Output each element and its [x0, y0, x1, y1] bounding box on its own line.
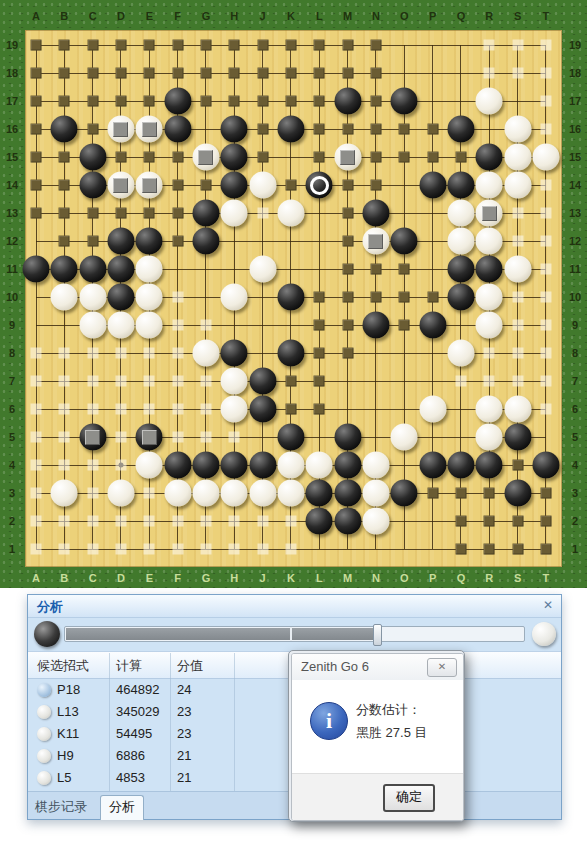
black-territory-mark [200, 180, 211, 191]
black-territory-mark [370, 124, 381, 135]
candidate-stone-icon [37, 683, 51, 697]
dead-stone-mark [482, 206, 497, 221]
black-territory-mark [342, 124, 353, 135]
black-territory-mark [257, 96, 268, 107]
black-territory-mark [285, 40, 296, 51]
black-territory-mark [31, 152, 42, 163]
black-territory-mark [399, 292, 410, 303]
white-territory-mark [144, 348, 155, 359]
black-stone [221, 172, 248, 199]
black-territory-mark [59, 152, 70, 163]
score-value: 黑胜 27.5 目 [356, 725, 428, 740]
candidate-score: 23 [177, 726, 191, 741]
coord-label-top: H [230, 10, 238, 22]
white-stone [136, 116, 163, 143]
white-territory-mark [285, 544, 296, 555]
analysis-titlebar: 分析 ✕ [28, 595, 561, 618]
black-stone [419, 312, 446, 339]
black-territory-mark [314, 292, 325, 303]
coord-label-left: 17 [6, 95, 18, 107]
black-territory-mark [314, 320, 325, 331]
white-stone [221, 480, 248, 507]
black-territory-mark [144, 68, 155, 79]
black-stone [192, 452, 219, 479]
white-territory-mark [172, 376, 183, 387]
candidate-calc: 345029 [116, 704, 159, 719]
black-territory-mark [285, 68, 296, 79]
coord-label-left: 13 [6, 207, 18, 219]
coord-label-left: 9 [9, 319, 15, 331]
black-territory-mark [399, 124, 410, 135]
white-stone [362, 480, 389, 507]
white-territory-mark [87, 404, 98, 415]
candidate-calc: 4853 [116, 770, 145, 785]
white-stone [249, 480, 276, 507]
black-stone [334, 480, 361, 507]
white-territory-mark [144, 544, 155, 555]
black-territory-mark [370, 180, 381, 191]
white-territory-mark [540, 208, 551, 219]
coord-label-top: T [543, 10, 550, 22]
black-territory-mark [314, 404, 325, 415]
white-territory-mark [200, 320, 211, 331]
black-territory-mark [427, 152, 438, 163]
coord-label-bottom: N [372, 572, 380, 584]
black-stone [334, 88, 361, 115]
black-territory-mark [484, 544, 495, 555]
white-territory-mark [115, 376, 126, 387]
analysis-slider[interactable] [64, 626, 525, 642]
coord-label-top: S [514, 10, 521, 22]
black-stone [391, 480, 418, 507]
black-stone [391, 228, 418, 255]
tab-move-record[interactable]: 棋步记录 [35, 798, 87, 816]
coord-label-top: Q [457, 10, 466, 22]
slider-tick [290, 627, 292, 641]
black-territory-mark [314, 376, 325, 387]
white-stone [504, 172, 531, 199]
black-territory-mark [455, 152, 466, 163]
candidate-stone-icon [37, 705, 51, 719]
black-stone [249, 452, 276, 479]
coord-label-right: 14 [569, 179, 581, 191]
white-territory-mark [87, 348, 98, 359]
coord-label-top: F [174, 10, 181, 22]
white-stone [136, 256, 163, 283]
black-stone [79, 144, 106, 171]
black-stone [476, 256, 503, 283]
info-icon: i [310, 702, 348, 740]
white-stone [164, 480, 191, 507]
dead-stone-mark [340, 150, 355, 165]
black-stone [362, 312, 389, 339]
white-territory-mark [172, 320, 183, 331]
white-territory-mark [229, 544, 240, 555]
coord-label-top: D [117, 10, 125, 22]
candidate-move: L5 [57, 770, 71, 785]
go-board[interactable] [25, 30, 562, 567]
coord-label-left: 11 [6, 263, 18, 275]
white-stone [447, 340, 474, 367]
dead-stone-mark [142, 430, 157, 445]
coord-label-bottom: E [146, 572, 153, 584]
white-territory-mark [87, 488, 98, 499]
black-stone [447, 116, 474, 143]
candidate-score: 21 [177, 770, 191, 785]
black-territory-mark [314, 152, 325, 163]
coord-label-top: K [287, 10, 295, 22]
white-territory-mark [512, 68, 523, 79]
black-stone [306, 480, 333, 507]
coord-label-right: 10 [569, 291, 581, 303]
white-stone [362, 508, 389, 535]
black-territory-mark [455, 544, 466, 555]
score-estimate-text: 分数估计： 黑胜 27.5 目 [356, 698, 428, 744]
black-stone [107, 284, 134, 311]
white-territory-mark [59, 460, 70, 471]
black-territory-mark [87, 208, 98, 219]
white-territory-mark [87, 376, 98, 387]
score-dialog: Zenith Go 6 ✕ i 分数估计： 黑胜 27.5 目 确定 [288, 650, 465, 822]
black-territory-mark [59, 68, 70, 79]
white-territory-mark [172, 404, 183, 415]
black-stone [249, 396, 276, 423]
candidate-score: 21 [177, 748, 191, 763]
white-territory-mark [540, 236, 551, 247]
black-territory-mark [399, 264, 410, 275]
black-territory-mark [540, 516, 551, 527]
black-territory-mark [59, 40, 70, 51]
white-territory-mark [229, 516, 240, 527]
white-stone [504, 256, 531, 283]
candidate-stone-icon [37, 727, 51, 741]
board-frame: AABBCCDDEEFFGGHHJJKKLLMMNNOOPPQQRRSSTT19… [0, 0, 587, 588]
black-territory-mark [285, 376, 296, 387]
black-territory-mark [87, 236, 98, 247]
black-territory-mark [31, 124, 42, 135]
white-territory-mark [229, 432, 240, 443]
tab-analysis[interactable]: 分析 [100, 795, 144, 820]
white-stone [362, 228, 389, 255]
black-stone [447, 452, 474, 479]
white-territory-mark [59, 516, 70, 527]
coord-label-top: R [485, 10, 493, 22]
white-stone [447, 228, 474, 255]
black-territory-mark [285, 404, 296, 415]
white-territory-mark [540, 180, 551, 191]
coord-label-bottom: S [514, 572, 521, 584]
white-territory-mark [200, 432, 211, 443]
white-territory-mark [540, 348, 551, 359]
black-territory-mark [314, 68, 325, 79]
black-territory-mark [512, 460, 523, 471]
white-territory-mark [172, 348, 183, 359]
black-territory-mark [257, 40, 268, 51]
black-stone [221, 116, 248, 143]
black-territory-mark [370, 292, 381, 303]
black-territory-mark [115, 96, 126, 107]
black-territory-mark [512, 544, 523, 555]
black-territory-mark [59, 180, 70, 191]
coord-label-bottom: H [230, 572, 238, 584]
white-territory-mark [257, 208, 268, 219]
white-territory-mark [144, 404, 155, 415]
white-stone [447, 200, 474, 227]
coord-label-right: 4 [572, 459, 578, 471]
coord-label-right: 13 [569, 207, 581, 219]
white-stone [476, 424, 503, 451]
black-territory-mark [59, 236, 70, 247]
black-territory-mark [342, 68, 353, 79]
white-stone [476, 228, 503, 255]
black-stone [164, 116, 191, 143]
coord-label-bottom: M [343, 572, 352, 584]
white-stone [221, 284, 248, 311]
white-stone [136, 172, 163, 199]
white-territory-mark [540, 292, 551, 303]
black-territory-mark [342, 180, 353, 191]
candidate-stone-icon [37, 771, 51, 785]
white-stone [136, 452, 163, 479]
dead-stone-mark [368, 234, 383, 249]
coord-label-top: A [32, 10, 40, 22]
white-territory-mark [484, 68, 495, 79]
black-territory-mark [314, 40, 325, 51]
white-territory-mark [200, 404, 211, 415]
white-stone [306, 452, 333, 479]
dead-stone-mark [198, 150, 213, 165]
black-territory-mark [257, 124, 268, 135]
white-stone [107, 480, 134, 507]
coord-label-top: O [400, 10, 409, 22]
black-stone [79, 424, 106, 451]
black-territory-mark [144, 40, 155, 51]
coord-label-right: 12 [569, 235, 581, 247]
black-territory-mark [455, 488, 466, 499]
white-territory-mark [200, 544, 211, 555]
white-stone [391, 424, 418, 451]
white-territory-mark [512, 40, 523, 51]
black-territory-mark [342, 320, 353, 331]
dead-stone-mark [142, 178, 157, 193]
coord-label-bottom: R [485, 572, 493, 584]
white-territory-mark [87, 460, 98, 471]
black-stone [51, 256, 78, 283]
white-stone [79, 284, 106, 311]
black-stone [221, 340, 248, 367]
coord-label-right: 11 [569, 263, 581, 275]
coord-label-right: 15 [569, 151, 581, 163]
black-territory-mark [200, 96, 211, 107]
coord-label-right: 19 [569, 39, 581, 51]
white-territory-mark [144, 488, 155, 499]
black-territory-mark [115, 152, 126, 163]
black-territory-mark [229, 68, 240, 79]
black-stone [51, 116, 78, 143]
black-territory-mark [87, 68, 98, 79]
black-territory-mark [342, 208, 353, 219]
white-territory-mark [512, 236, 523, 247]
coord-label-right: 2 [572, 515, 578, 527]
black-territory-mark [172, 180, 183, 191]
white-stone [476, 172, 503, 199]
black-stone [476, 452, 503, 479]
coord-label-left: 6 [9, 403, 15, 415]
score-label: 分数估计： [356, 702, 421, 717]
black-territory-mark [31, 180, 42, 191]
dialog-footer: 确定 [292, 773, 463, 820]
white-territory-mark [512, 320, 523, 331]
white-territory-mark [115, 348, 126, 359]
black-stone [136, 228, 163, 255]
white-stone [476, 312, 503, 339]
white-territory-mark [172, 544, 183, 555]
black-territory-mark [540, 544, 551, 555]
coord-label-top: M [343, 10, 352, 22]
white-territory-mark [59, 544, 70, 555]
black-stone-icon [34, 621, 60, 647]
black-stone [419, 172, 446, 199]
coord-label-top: L [316, 10, 323, 22]
black-stone [277, 424, 304, 451]
coord-label-top: E [146, 10, 153, 22]
black-stone [23, 256, 50, 283]
slider-fill [66, 628, 374, 640]
white-territory-mark [59, 432, 70, 443]
white-territory-mark [540, 40, 551, 51]
coord-label-top: P [429, 10, 436, 22]
candidate-score: 23 [177, 704, 191, 719]
black-stone [362, 200, 389, 227]
white-territory-mark [540, 404, 551, 415]
black-territory-mark [172, 152, 183, 163]
white-stone [334, 144, 361, 171]
coord-label-left: 16 [6, 123, 18, 135]
coord-label-right: 18 [569, 67, 581, 79]
black-stone [79, 172, 106, 199]
white-stone [362, 452, 389, 479]
black-territory-mark [314, 96, 325, 107]
ok-button[interactable]: 确定 [383, 784, 435, 812]
black-territory-mark [370, 152, 381, 163]
white-territory-mark [87, 544, 98, 555]
dead-stone-mark [113, 122, 128, 137]
black-territory-mark [512, 516, 523, 527]
white-stone [51, 480, 78, 507]
coord-label-bottom: L [316, 572, 323, 584]
coord-label-left: 8 [9, 347, 15, 359]
white-stone [249, 172, 276, 199]
white-territory-mark [115, 460, 126, 471]
black-territory-mark [87, 96, 98, 107]
white-territory-mark [87, 516, 98, 527]
white-territory-mark [540, 320, 551, 331]
coord-label-bottom: A [32, 572, 40, 584]
black-territory-mark [31, 68, 42, 79]
zenith-go-window: AABBCCDDEEFFGGHHJJKKLLMMNNOOPPQQRRSSTT19… [0, 0, 587, 843]
black-territory-mark [257, 152, 268, 163]
white-stone [192, 144, 219, 171]
black-territory-mark [314, 124, 325, 135]
white-stone [192, 340, 219, 367]
dialog-body: i 分数估计： 黑胜 27.5 目 [292, 680, 463, 772]
black-territory-mark [59, 208, 70, 219]
coord-label-left: 7 [9, 375, 15, 387]
black-territory-mark [115, 208, 126, 219]
coord-label-top: B [60, 10, 68, 22]
white-stone [107, 172, 134, 199]
white-territory-mark [540, 124, 551, 135]
black-territory-mark [484, 516, 495, 527]
slider-handle[interactable] [373, 624, 382, 646]
close-icon[interactable]: ✕ [543, 598, 553, 612]
black-stone [306, 172, 333, 199]
black-territory-mark [342, 236, 353, 247]
white-stone [221, 200, 248, 227]
coord-label-left: 12 [6, 235, 18, 247]
black-territory-mark [144, 208, 155, 219]
white-territory-mark [200, 516, 211, 527]
coord-label-right: 6 [572, 403, 578, 415]
black-territory-mark [229, 40, 240, 51]
black-territory-mark [370, 96, 381, 107]
black-territory-mark [115, 40, 126, 51]
black-territory-mark [87, 40, 98, 51]
black-territory-mark [31, 40, 42, 51]
white-territory-mark [484, 40, 495, 51]
white-territory-mark [285, 516, 296, 527]
white-stone [221, 396, 248, 423]
white-stone [504, 144, 531, 171]
white-territory-mark [512, 376, 523, 387]
white-territory-mark [257, 516, 268, 527]
white-territory-mark [59, 376, 70, 387]
coord-label-right: 17 [569, 95, 581, 107]
black-stone [164, 88, 191, 115]
coord-label-right: 1 [572, 543, 578, 555]
black-territory-mark [399, 152, 410, 163]
white-territory-mark [512, 208, 523, 219]
coord-label-left: 1 [9, 543, 15, 555]
white-stone [277, 200, 304, 227]
white-stone [192, 480, 219, 507]
black-territory-mark [31, 96, 42, 107]
white-territory-mark [115, 432, 126, 443]
black-territory-mark [257, 68, 268, 79]
black-territory-mark [342, 348, 353, 359]
white-stone [476, 88, 503, 115]
coord-label-right: 5 [572, 431, 578, 443]
dialog-close-button[interactable]: ✕ [427, 658, 457, 677]
white-territory-mark [144, 516, 155, 527]
black-stone [419, 452, 446, 479]
col-header-move: 候选招式 [37, 657, 89, 675]
white-stone [419, 396, 446, 423]
col-header-score: 分值 [177, 657, 203, 675]
win-rate-slider-row [28, 618, 561, 650]
white-territory-mark [31, 460, 42, 471]
candidate-calc: 54495 [116, 726, 152, 741]
black-territory-mark [540, 488, 551, 499]
coord-label-right: 8 [572, 347, 578, 359]
coord-label-left: 10 [6, 291, 18, 303]
black-territory-mark [285, 180, 296, 191]
coord-label-bottom: G [202, 572, 211, 584]
black-territory-mark [342, 292, 353, 303]
coord-label-bottom: Q [457, 572, 466, 584]
black-stone [277, 284, 304, 311]
coord-label-bottom: K [287, 572, 295, 584]
